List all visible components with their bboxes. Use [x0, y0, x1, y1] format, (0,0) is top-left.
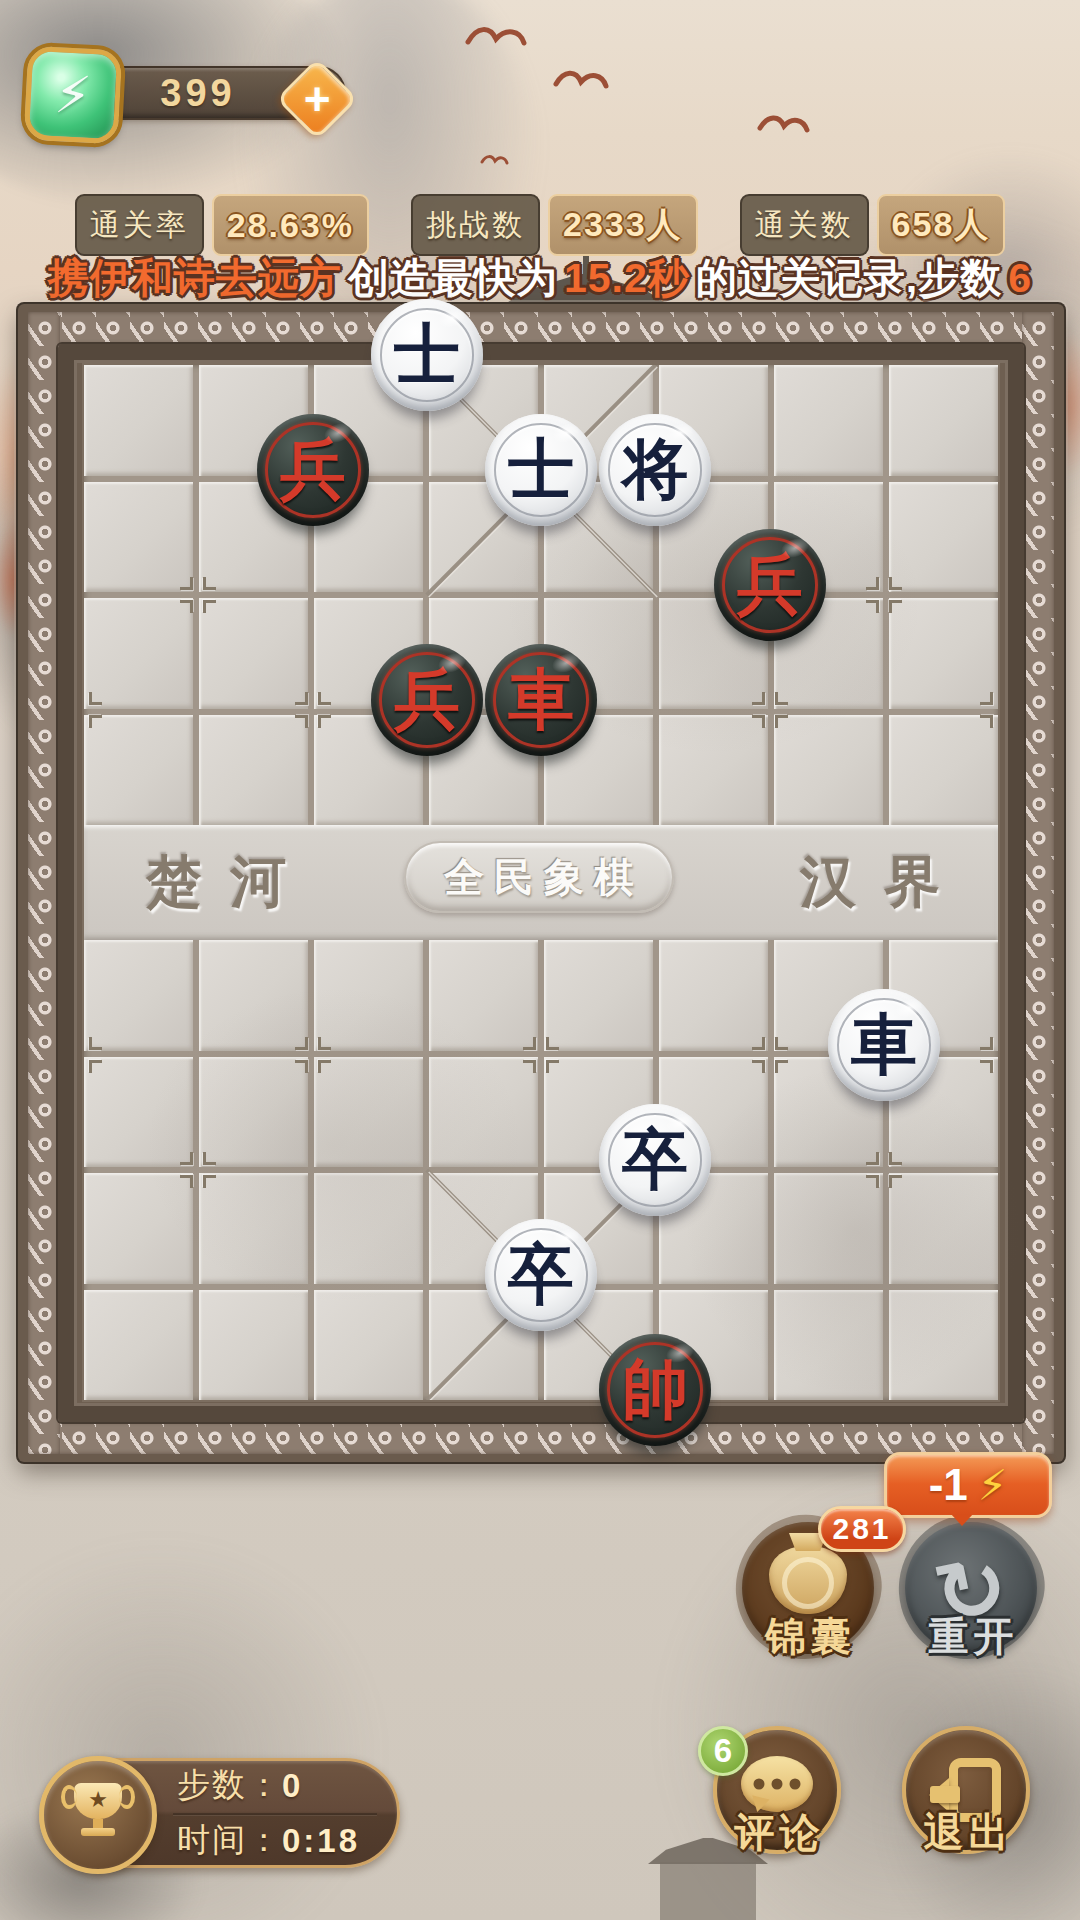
point-marker — [89, 1037, 102, 1050]
app-title-plate: 全民象棋 — [404, 841, 674, 913]
point-marker — [866, 577, 879, 590]
bubble-dots — [754, 1779, 801, 1790]
steps-row: 步数： 0 — [177, 1763, 360, 1808]
stat-value: 658人 — [877, 194, 1006, 256]
piece-車-black[interactable]: 車 — [828, 989, 940, 1101]
board-frame-ornament — [1022, 312, 1054, 1454]
lightning-icon: ⚡ — [978, 1461, 1008, 1510]
board-tile — [84, 715, 193, 826]
point-marker — [546, 1037, 559, 1050]
point-marker — [889, 600, 902, 613]
point-marker — [866, 600, 879, 613]
steps-label: 步数： — [177, 1763, 282, 1808]
point-marker — [180, 577, 193, 590]
progress-panel: ★ 步数： 0 时间： 0:18 — [52, 1758, 400, 1868]
stat-label: 通关数 — [740, 194, 869, 256]
pagoda-silhouette — [660, 1862, 756, 1920]
restart-label: 重开 — [924, 1609, 1019, 1664]
energy-gem-icon: ⚡ — [24, 46, 123, 145]
point-marker — [295, 1060, 308, 1073]
board-tile — [889, 365, 998, 476]
board-tile — [199, 1290, 308, 1401]
board-frame-ornament — [28, 1422, 1054, 1454]
board-frame-ornament — [28, 312, 1054, 344]
piece-車-red[interactable]: 車 — [485, 644, 597, 756]
point-marker — [295, 715, 308, 728]
point-marker — [889, 577, 902, 590]
board-tile — [84, 482, 193, 593]
point-marker — [752, 1037, 765, 1050]
speech-bubble-icon — [741, 1756, 813, 1812]
point-marker — [295, 1037, 308, 1050]
record-text: 创造最快为 — [348, 255, 558, 301]
piece-兵-red[interactable]: 兵 — [371, 644, 483, 756]
energy-value: 399 — [112, 68, 284, 118]
point-marker — [318, 715, 331, 728]
point-marker — [775, 715, 788, 728]
board-tile — [429, 1057, 538, 1168]
point-marker — [203, 1152, 216, 1165]
exit-arrow-icon — [930, 1786, 960, 1803]
board-tile — [429, 940, 538, 1051]
board-tile — [199, 940, 308, 1051]
level-stats-row: 通关率 28.63% 挑战数 2333人 通关数 658人 — [0, 194, 1080, 256]
board-tile — [659, 715, 768, 826]
comment-label: 评论 — [730, 1805, 825, 1860]
stat-pass-rate: 通关率 28.63% — [75, 194, 369, 256]
piece-卒-black[interactable]: 卒 — [599, 1104, 711, 1216]
lightning-icon: ⚡ — [53, 64, 93, 126]
trophy-base — [81, 1828, 115, 1836]
point-marker — [775, 1037, 788, 1050]
tips-count-badge: 281 — [818, 1506, 906, 1552]
point-marker — [523, 1060, 536, 1073]
tips-bag-label: 锦囊 — [761, 1609, 856, 1664]
restart-cost-value: -1 — [929, 1460, 968, 1510]
record-steps: 6 — [1008, 255, 1032, 301]
point-marker — [980, 1037, 993, 1050]
point-marker — [203, 1175, 216, 1188]
river-label-left: 楚河 — [146, 845, 314, 921]
board-tile — [84, 365, 193, 476]
exit-label: 退出 — [919, 1805, 1014, 1860]
board-tile — [84, 1173, 193, 1284]
board-tile — [659, 940, 768, 1051]
board-tile — [889, 1173, 998, 1284]
board-tile — [314, 1057, 423, 1168]
point-marker — [318, 1060, 331, 1073]
piece-兵-red[interactable]: 兵 — [257, 414, 369, 526]
time-row: 时间： 0:18 — [177, 1818, 360, 1863]
board-tile — [889, 1290, 998, 1401]
app-title: 全民象棋 — [434, 850, 644, 905]
trophy-icon: ★ — [39, 1756, 157, 1874]
point-marker — [318, 1037, 331, 1050]
piece-将-black[interactable]: 将 — [599, 414, 711, 526]
board-tile — [84, 1057, 193, 1168]
point-marker — [980, 1060, 993, 1073]
piece-卒-black[interactable]: 卒 — [485, 1219, 597, 1331]
point-marker — [180, 600, 193, 613]
stat-value: 28.63% — [212, 194, 369, 256]
stat-passers: 通关数 658人 — [740, 194, 1006, 256]
plus-icon: + — [304, 72, 331, 126]
game-screen: 399 ⚡ + 通关率 28.63% 挑战数 2333人 通关数 658人 携伊… — [0, 0, 1080, 1920]
time-value: 0:18 — [282, 1822, 360, 1860]
time-label: 时间： — [177, 1818, 282, 1863]
board-tile — [199, 1057, 308, 1168]
point-marker — [752, 692, 765, 705]
board-grid: 楚河 全民象棋 汉界 — [84, 365, 998, 1400]
board-frame-ornament — [28, 312, 60, 1454]
point-marker — [89, 1060, 102, 1073]
record-time: 15.2秒 — [564, 255, 690, 301]
board-tile — [199, 1173, 308, 1284]
stat-challengers: 挑战数 2333人 — [411, 194, 698, 256]
point-marker — [775, 692, 788, 705]
piece-士-black[interactable]: 士 — [485, 414, 597, 526]
point-marker — [318, 692, 331, 705]
board-tile — [84, 940, 193, 1051]
stat-label: 通关率 — [75, 194, 204, 256]
record-text: 的过关记录,步数 — [696, 255, 1002, 301]
board-tile — [544, 940, 653, 1051]
point-marker — [866, 1175, 879, 1188]
river-label-right: 汉界 — [800, 845, 968, 921]
point-marker — [775, 1060, 788, 1073]
point-marker — [180, 1175, 193, 1188]
point-marker — [89, 692, 102, 705]
point-marker — [295, 692, 308, 705]
point-marker — [203, 600, 216, 613]
point-marker — [889, 1152, 902, 1165]
trophy-cup: ★ — [74, 1783, 122, 1819]
point-marker — [980, 715, 993, 728]
board-tile — [84, 1290, 193, 1401]
point-marker — [752, 715, 765, 728]
restart-button[interactable]: ↻ 重开 — [905, 1522, 1037, 1654]
piece-帥-red[interactable]: 帥 — [599, 1334, 711, 1446]
point-marker — [980, 692, 993, 705]
record-player-name: 携伊和诗去远方 — [48, 255, 342, 301]
board-tile — [889, 715, 998, 826]
steps-value: 0 — [282, 1767, 303, 1805]
star-icon: ★ — [88, 1786, 108, 1811]
point-marker — [180, 1152, 193, 1165]
record-banner: 携伊和诗去远方创造最快为15.2秒的过关记录,步数6 — [0, 251, 1080, 306]
point-marker — [203, 577, 216, 590]
point-marker — [752, 1060, 765, 1073]
piece-士-black[interactable]: 士 — [371, 299, 483, 411]
board-tile — [199, 598, 308, 709]
board-tile — [774, 1173, 883, 1284]
board-tile — [774, 715, 883, 826]
board-tile — [889, 482, 998, 593]
trophy-stem — [93, 1819, 103, 1828]
board-tile — [314, 1173, 423, 1284]
comment-count-badge: 6 — [698, 1726, 748, 1776]
piece-兵-red[interactable]: 兵 — [714, 529, 826, 641]
river: 楚河 全民象棋 汉界 — [84, 825, 998, 940]
stat-value: 2333人 — [548, 194, 698, 256]
board-tile — [199, 715, 308, 826]
point-marker — [866, 1152, 879, 1165]
point-marker — [546, 1060, 559, 1073]
exit-button[interactable]: 退出 — [902, 1726, 1030, 1854]
board-tile — [774, 365, 883, 476]
stat-label: 挑战数 — [411, 194, 540, 256]
board-tile — [314, 940, 423, 1051]
board-tile — [774, 1290, 883, 1401]
board-tile — [314, 1290, 423, 1401]
point-marker — [523, 1037, 536, 1050]
restart-cost-badge: -1 ⚡ — [884, 1452, 1052, 1518]
xiangqi-board: 楚河 全民象棋 汉界 — [18, 304, 1064, 1462]
point-marker — [889, 1175, 902, 1188]
point-marker — [89, 715, 102, 728]
